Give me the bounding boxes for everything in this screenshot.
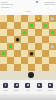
board-cell[interactable] — [42, 36, 49, 43]
board-cell[interactable] — [14, 50, 21, 57]
board-cell[interactable] — [28, 57, 35, 64]
board-cell[interactable] — [42, 57, 49, 64]
board-cell[interactable] — [14, 43, 21, 50]
board-cell[interactable] — [14, 57, 21, 64]
board-cell[interactable] — [49, 57, 56, 64]
toolbar-button-menu[interactable]: Menu — [45, 80, 56, 95]
board-cell[interactable] — [7, 64, 14, 71]
piece-glyph: ● — [50, 43, 55, 50]
board-cell[interactable] — [42, 50, 49, 57]
board-cell[interactable] — [0, 29, 7, 36]
board-cell[interactable] — [28, 36, 35, 43]
board-cell[interactable] — [21, 50, 28, 57]
board-cell[interactable] — [21, 15, 28, 22]
opponent-pieces-label: Pieces: 2 — [15, 3, 55, 9]
board-cell[interactable] — [21, 22, 28, 29]
nav-strip — [0, 94, 56, 100]
toolbar-button-icon — [37, 83, 42, 88]
board-cell[interactable] — [35, 64, 42, 71]
board-cell[interactable] — [21, 36, 28, 43]
move-hint-dot[interactable] — [9, 45, 11, 47]
board-cell[interactable] — [0, 57, 7, 64]
turn-indicator-piece — [28, 72, 34, 78]
board-cell[interactable] — [42, 64, 49, 71]
board-cell[interactable] — [42, 43, 49, 50]
board-cell[interactable] — [7, 22, 14, 29]
status-icon — [36, 1, 38, 3]
board-cell[interactable] — [7, 15, 14, 22]
black-king-piece[interactable]: ● — [35, 15, 42, 22]
board-cell[interactable] — [35, 36, 42, 43]
move-hint-dot[interactable] — [23, 31, 25, 33]
toolbar-button-icon — [48, 83, 53, 88]
board-cell[interactable] — [14, 15, 21, 22]
toolbar-button-icon — [25, 83, 30, 88]
white-man-piece[interactable]: ● — [49, 15, 56, 22]
board-cell[interactable] — [35, 43, 42, 50]
board-cell[interactable] — [21, 57, 28, 64]
toolbar-button-icon — [14, 83, 19, 88]
board-cell[interactable] — [0, 22, 7, 29]
board-cell[interactable] — [42, 29, 49, 36]
board-cell[interactable] — [35, 29, 42, 36]
board-cell[interactable] — [14, 64, 21, 71]
board-cell[interactable] — [7, 36, 14, 43]
board-cell[interactable] — [28, 29, 35, 36]
black-man-piece[interactable]: ● — [14, 36, 21, 43]
piece-glyph: ● — [29, 50, 34, 57]
board-cell[interactable] — [14, 22, 21, 29]
board-cell[interactable] — [0, 36, 7, 43]
board-cell[interactable] — [0, 15, 7, 22]
white-man-piece[interactable]: ● — [49, 43, 56, 50]
board-cell[interactable] — [49, 50, 56, 57]
board-cell[interactable] — [7, 57, 14, 64]
board-cell[interactable] — [35, 22, 42, 29]
board-cell[interactable] — [28, 64, 35, 71]
piece-glyph: ● — [50, 15, 55, 22]
board-cell[interactable] — [49, 22, 56, 29]
turn-tray — [0, 71, 56, 79]
checkers-board[interactable]: ●●●●● — [0, 15, 56, 71]
board-cell[interactable] — [21, 64, 28, 71]
board-cell[interactable] — [42, 15, 49, 22]
board-cell[interactable] — [7, 50, 14, 57]
board-cell[interactable] — [0, 64, 7, 71]
move-hint-dot[interactable] — [2, 52, 4, 54]
board-cell[interactable] — [49, 64, 56, 71]
black-man-piece[interactable]: ● — [28, 50, 35, 57]
game-header: Player Moves: 28 Pieces: 4 Computer Piec… — [0, 0, 56, 15]
toolbar-button-icon — [3, 83, 8, 88]
move-hint-dot[interactable] — [51, 31, 53, 33]
bottom-toolbar: New Back Hint Move Menu — [0, 79, 56, 95]
king-crown-icon — [37, 17, 39, 19]
board-cell[interactable] — [28, 15, 35, 22]
board-cell[interactable] — [35, 50, 42, 57]
board-cell[interactable] — [0, 43, 7, 50]
board-cell[interactable] — [7, 29, 14, 36]
board-cell[interactable] — [35, 57, 42, 64]
piece-glyph: ● — [15, 36, 20, 43]
move-hint-dot[interactable] — [44, 24, 46, 26]
move-hint-dot[interactable] — [30, 24, 32, 26]
app-screen: Player Moves: 28 Pieces: 4 Computer Piec… — [0, 0, 56, 100]
board-cell[interactable] — [21, 43, 28, 50]
